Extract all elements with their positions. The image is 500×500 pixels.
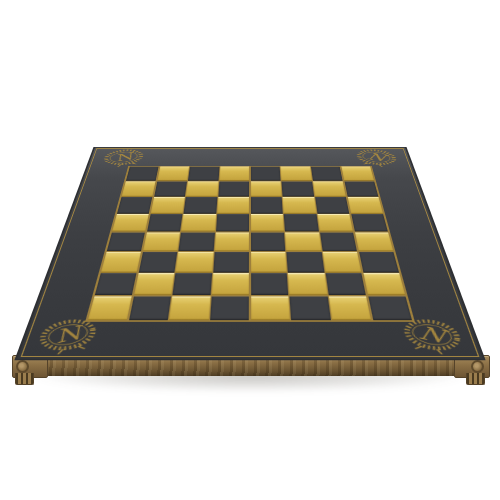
square-r7-c3-black bbox=[210, 296, 249, 320]
square-r7-c5-black bbox=[290, 296, 331, 320]
square-r0-c1-gold bbox=[157, 167, 189, 181]
square-r2-c6-black bbox=[315, 197, 349, 213]
square-r5-c5-black bbox=[287, 252, 324, 272]
square-r6-c4-black bbox=[251, 273, 288, 295]
square-r6-c6-black bbox=[326, 273, 366, 295]
square-r0-c4-black bbox=[251, 167, 281, 181]
square-r1-c3-black bbox=[218, 181, 249, 196]
square-r7-c1-black bbox=[129, 296, 171, 320]
square-r4-c6-black bbox=[320, 232, 357, 251]
square-r4-c4-black bbox=[251, 232, 285, 251]
square-r7-c6-gold bbox=[329, 296, 371, 320]
corner-wreath-ornament-bottom-left bbox=[34, 313, 104, 360]
square-r1-c5-black bbox=[282, 181, 314, 196]
square-r0-c5-gold bbox=[281, 167, 312, 181]
square-r2-c4-black bbox=[251, 197, 283, 213]
right-foot-scroll-detail bbox=[471, 360, 484, 373]
square-r3-c4-gold bbox=[251, 214, 284, 231]
board-grid bbox=[88, 167, 412, 321]
square-r5-c2-gold bbox=[176, 252, 213, 272]
chess-board-product-photo bbox=[0, 0, 500, 500]
square-r2-c1-gold bbox=[150, 197, 184, 213]
square-r5-c6-gold bbox=[323, 252, 362, 272]
square-r6-c1-gold bbox=[134, 273, 174, 295]
chess-board-top bbox=[14, 147, 485, 361]
square-r2-c2-black bbox=[184, 197, 217, 213]
square-r3-c7-black bbox=[351, 214, 388, 231]
square-r3-c5-black bbox=[284, 214, 318, 231]
square-r6-c5-gold bbox=[288, 273, 327, 295]
square-r3-c6-gold bbox=[318, 214, 353, 231]
square-r1-c6-gold bbox=[313, 181, 346, 196]
square-r5-c7-black bbox=[359, 252, 399, 272]
square-r3-c2-gold bbox=[181, 214, 215, 231]
square-r4-c5-gold bbox=[286, 232, 322, 251]
square-r0-c2-black bbox=[188, 167, 219, 181]
square-r5-c0-gold bbox=[101, 252, 141, 272]
square-r0-c6-black bbox=[311, 167, 343, 181]
square-r6-c3-gold bbox=[212, 273, 249, 295]
square-r6-c2-black bbox=[173, 273, 212, 295]
square-r1-c1-black bbox=[154, 181, 187, 196]
square-r2-c0-black bbox=[117, 197, 152, 213]
square-r2-c5-gold bbox=[283, 197, 316, 213]
square-r4-c2-black bbox=[179, 232, 215, 251]
square-r4-c7-gold bbox=[355, 232, 393, 251]
square-r5-c4-gold bbox=[251, 252, 287, 272]
square-r3-c1-black bbox=[147, 214, 182, 231]
square-r0-c0-black bbox=[126, 167, 159, 181]
square-r2-c7-gold bbox=[348, 197, 383, 213]
square-r2-c3-gold bbox=[217, 197, 249, 213]
square-r1-c7-black bbox=[344, 181, 378, 196]
corner-wreath-ornament-bottom-right bbox=[396, 313, 466, 360]
square-r7-c4-gold bbox=[251, 296, 290, 320]
square-r3-c3-black bbox=[216, 214, 249, 231]
left-foot-scroll-detail bbox=[16, 360, 29, 373]
square-r0-c3-gold bbox=[220, 167, 250, 181]
square-r6-c0-black bbox=[95, 273, 137, 295]
square-r5-c3-black bbox=[213, 252, 249, 272]
square-r3-c0-gold bbox=[112, 214, 149, 231]
square-r4-c1-gold bbox=[143, 232, 180, 251]
square-r0-c7-gold bbox=[341, 167, 374, 181]
square-r6-c7-gold bbox=[363, 273, 405, 295]
square-r5-c1-black bbox=[138, 252, 177, 272]
square-r1-c2-gold bbox=[186, 181, 218, 196]
square-r4-c0-black bbox=[107, 232, 145, 251]
square-r4-c3-gold bbox=[215, 232, 249, 251]
left-foot-ridged-base bbox=[15, 373, 34, 385]
square-r1-c0-gold bbox=[122, 181, 156, 196]
right-foot-ridged-base bbox=[466, 373, 485, 385]
square-r1-c4-gold bbox=[251, 181, 282, 196]
square-r7-c2-gold bbox=[169, 296, 210, 320]
